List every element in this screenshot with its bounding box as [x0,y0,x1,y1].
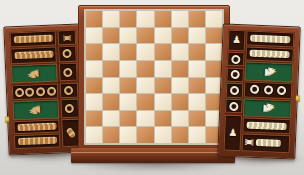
board-square[interactable] [172,78,188,94]
board-square[interactable] [120,78,136,94]
brass-clasp-icon [5,116,9,122]
board-square[interactable] [103,11,119,27]
stored-turned-piece[interactable] [250,50,290,59]
stored-piece-ring-top[interactable] [231,54,240,63]
board-square[interactable] [120,61,136,77]
piece-tray-right-compartments: ♟♞♞♟♜ [223,30,294,154]
ring-row [13,86,58,97]
board-square[interactable] [86,28,102,44]
tray-compartment [226,67,244,82]
tray-compartment [244,81,292,99]
board-square[interactable] [103,127,119,143]
board-square[interactable] [137,44,153,60]
board-square[interactable] [189,127,205,143]
board-square[interactable] [189,111,205,127]
tray-compartment [58,62,77,81]
board-square[interactable] [206,44,222,60]
board-square[interactable] [120,28,136,44]
stored-piece-ring-top[interactable] [264,85,273,94]
tray-compartment [13,119,60,134]
board-square[interactable] [155,11,171,27]
board-square[interactable] [189,61,205,77]
board-square[interactable] [120,111,136,127]
board-square[interactable] [86,111,102,127]
tray-compartment [59,82,78,98]
stored-turned-piece[interactable] [14,51,53,60]
board-square[interactable] [155,61,171,77]
board-square[interactable] [137,28,153,44]
chess-set-photo: ♜♞♞ ♟♞♞♟♜ [0,0,304,175]
piece-tray-left-compartments: ♜♞♞ [10,30,81,150]
piece-tray-left[interactable]: ♜♞♞ [3,23,86,155]
board-square[interactable] [120,94,136,110]
board-square[interactable] [172,127,188,143]
board-square[interactable] [155,28,171,44]
board-square[interactable] [206,28,222,44]
stored-piece-ring-top[interactable] [230,86,239,95]
stored-pawn-piece[interactable]: ♟ [232,35,241,45]
board-square[interactable] [189,28,205,44]
board-square[interactable] [120,127,136,143]
tray-compartment [243,117,291,133]
stored-knight-piece[interactable]: ♞ [260,101,276,115]
tray-compartment: ♟ [228,30,246,51]
board-square[interactable] [172,61,188,77]
stored-turned-piece[interactable] [13,35,52,44]
tray-compartment: ♟ [223,114,242,151]
stored-turned-piece[interactable] [247,121,287,130]
board-square[interactable] [172,44,188,60]
stored-piece-ring-top[interactable] [36,87,45,96]
stored-piece-ring-top[interactable] [229,101,238,110]
board-square[interactable] [172,28,188,44]
stored-piece-ring-top[interactable] [46,86,55,95]
stored-knight-piece[interactable]: ♞ [261,65,277,79]
board-square[interactable] [137,11,153,27]
tray-compartment [227,51,245,66]
stored-rook-piece[interactable]: ♜ [245,137,287,150]
stored-pawn-piece[interactable]: ♟ [228,128,237,138]
board-square[interactable] [103,61,119,77]
rook-crown-icon: ♜ [244,137,255,147]
tray-compartment: ♜ [57,30,76,46]
board-square[interactable] [86,94,102,110]
board-square[interactable] [120,11,136,27]
board-square[interactable] [137,78,153,94]
board-square[interactable] [103,94,119,110]
board-square[interactable] [206,11,222,27]
stored-piece-ring-top[interactable] [63,67,72,76]
stored-knight-piece[interactable]: ♞ [28,103,44,117]
board-square[interactable] [155,44,171,60]
board-square[interactable] [137,111,153,127]
stored-knight-piece[interactable]: ♞ [27,67,43,81]
tray-compartment: ♞ [245,62,293,82]
board-square[interactable] [103,78,119,94]
stored-turned-piece[interactable] [250,34,290,43]
tray-compartment [10,30,57,47]
stored-turned-piece[interactable] [17,122,56,131]
stored-pawn-piece[interactable] [65,127,76,139]
tray-compartment [225,99,243,114]
board-square[interactable] [86,127,102,143]
tray-compartment [246,30,294,46]
tray-compartment [246,46,294,62]
board-square[interactable] [189,78,205,94]
board-square[interactable] [189,11,205,27]
tray-compartment [226,83,244,98]
stored-piece-ring-top[interactable] [277,86,286,95]
board-square[interactable] [137,61,153,77]
stored-piece-ring-top[interactable] [65,104,74,113]
board-square[interactable] [86,78,102,94]
board-square[interactable] [155,78,171,94]
board-square[interactable] [86,44,102,60]
board-square[interactable] [137,94,153,110]
board-square[interactable] [155,111,171,127]
board-square[interactable] [172,94,188,110]
board-square[interactable] [137,127,153,143]
stored-piece-ring-top[interactable] [63,49,72,58]
board-square[interactable] [86,11,102,27]
stored-piece-ring-top[interactable] [64,86,73,95]
brass-clasp-icon [296,96,300,102]
stored-piece-ring-top[interactable] [15,88,24,97]
piece-tray-right[interactable]: ♟♞♞♟♜ [217,23,301,159]
stored-turned-piece[interactable] [18,137,57,146]
tray-compartment [10,47,57,64]
rook-body [256,139,281,147]
board-plinth [71,148,235,163]
board-square[interactable] [155,94,171,110]
tray-compartment [60,99,79,118]
board-square[interactable] [120,44,136,60]
board-square[interactable] [189,44,205,60]
ring-row [245,85,291,96]
board-square[interactable] [86,61,102,77]
board-frame [78,5,230,149]
tray-compartment: ♞ [243,98,291,118]
board-square[interactable] [172,111,188,127]
board-square[interactable] [103,44,119,60]
board-square[interactable] [103,111,119,127]
tray-compartment: ♜ [242,133,290,153]
tray-compartment [14,133,61,149]
stored-piece-ring-top[interactable] [231,70,240,79]
tray-compartment: ♞ [12,99,59,120]
stored-piece-ring-top[interactable] [25,87,34,96]
stored-piece-ring-top[interactable] [250,85,259,94]
tray-compartment [12,83,59,100]
board-square[interactable] [103,28,119,44]
tray-compartment [58,46,77,62]
chess-board-grid [84,9,224,145]
stored-rook-crown-piece[interactable]: ♜ [61,33,71,42]
board-square[interactable] [189,94,205,110]
board-square[interactable] [155,127,171,143]
tray-compartment: ♞ [11,63,58,84]
board-square[interactable] [206,61,222,77]
board-square[interactable] [172,11,188,27]
